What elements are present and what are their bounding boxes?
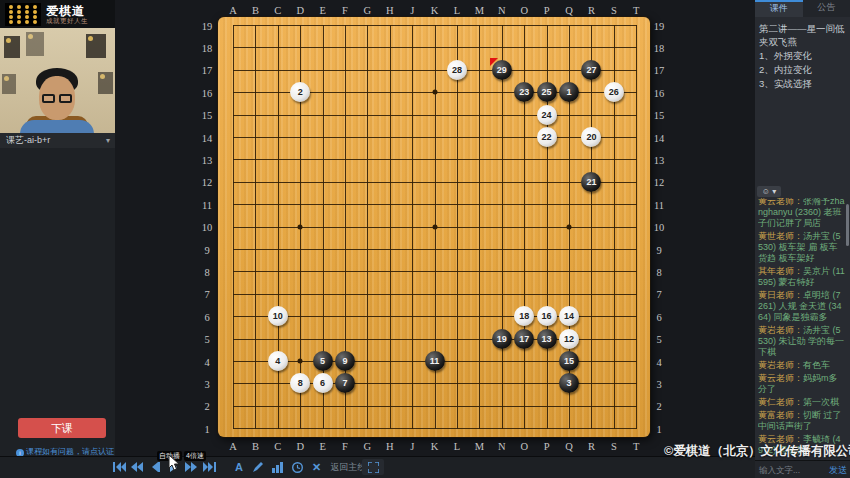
star-point: [567, 224, 572, 229]
stone-r14: 20: [581, 127, 601, 147]
send-button[interactable]: 发送: [829, 464, 847, 477]
row-label-right: 12: [654, 177, 665, 188]
col-label-bottom: F: [342, 441, 348, 452]
chat-message: 其年老师：吴京片 (11595) 蒙右特好: [758, 266, 845, 288]
row-label-right: 14: [654, 132, 665, 143]
stone-q4: 15: [559, 351, 579, 371]
emoji-picker-button[interactable]: ☺ ▾: [757, 186, 781, 197]
col-label-bottom: L: [454, 441, 460, 452]
clear-tool-button[interactable]: ✕: [312, 461, 321, 474]
row-label-right: 11: [654, 199, 664, 210]
teacher-video: [0, 28, 115, 133]
row-label-right: 15: [654, 110, 665, 121]
logo-bar: 爱棋道 成就更好人生: [0, 0, 115, 28]
stone-f3: 7: [335, 373, 355, 393]
col-label-top: G: [364, 4, 372, 15]
col-label-bottom: H: [386, 441, 394, 452]
chat-message: 黄日老师：卓明培 (7261) 人规 金天道 (3464) 同象是独霸多: [758, 290, 845, 323]
star-point: [432, 224, 437, 229]
last-move-button[interactable]: [202, 459, 216, 475]
row-label-left: 16: [202, 87, 213, 98]
row-label-left: 12: [202, 177, 213, 188]
col-label-top: A: [229, 4, 237, 15]
stone-d3: 8: [290, 373, 310, 393]
row-label-right: 6: [656, 311, 661, 322]
stone-r17: 27: [581, 60, 601, 80]
chat-message: 黄云老师：妈妈m多分了: [758, 373, 845, 395]
stone-o5: 17: [514, 329, 534, 349]
star-point: [432, 90, 437, 95]
row-label-left: 14: [202, 132, 213, 143]
col-label-top: D: [296, 4, 304, 15]
col-label-top: F: [342, 4, 348, 15]
chat-input[interactable]: 输入文字...: [759, 465, 800, 477]
tab-courseware[interactable]: 课件: [755, 0, 803, 17]
row-label-right: 3: [656, 378, 661, 389]
star-point: [298, 359, 303, 364]
row-label-right: 8: [656, 266, 661, 277]
row-label-left: 6: [204, 311, 209, 322]
letter-tool-button[interactable]: A: [235, 461, 243, 473]
col-label-bottom: O: [520, 441, 528, 452]
first-move-button[interactable]: [112, 459, 126, 475]
col-label-bottom: B: [252, 441, 259, 452]
nav-buttons: [112, 459, 216, 475]
outline-item: 3、实战选择: [759, 77, 847, 90]
stone-k4: 11: [425, 351, 445, 371]
stone-n5: 19: [492, 329, 512, 349]
row-label-right: 10: [654, 222, 665, 233]
chat-message: 黄世老师：汤井宝 (5530) 板车架 扁 板车货趋 板车架好: [758, 231, 845, 264]
brush-tool-button[interactable]: [252, 462, 263, 473]
outline-item: 1、外拐变化: [759, 49, 847, 62]
chat-messages: 黄岩老师：宋昀祺 (7761) 上课准 收到啦其户老师：杨一诺 (8548) 老…: [758, 198, 845, 456]
col-label-top: R: [588, 4, 595, 15]
stone-e3: 6: [313, 373, 333, 393]
col-label-top: S: [611, 4, 617, 15]
stone-p16: 25: [537, 82, 557, 102]
col-label-top: E: [319, 4, 325, 15]
prev-move-button[interactable]: [148, 459, 162, 475]
stone-q6: 14: [559, 306, 579, 326]
row-label-right: 5: [656, 334, 661, 345]
lesson-outline: 第二讲——星一间低夹双飞燕 1、外拐变化 2、内拉变化 3、实战选择: [759, 22, 847, 90]
col-label-top: P: [544, 4, 550, 15]
tooltip-speed: 4倍速: [184, 451, 206, 461]
row-label-left: 1: [204, 423, 209, 434]
stone-l17: 28: [447, 60, 467, 80]
col-label-bottom: C: [274, 441, 281, 452]
outline-item: 2、内拉变化: [759, 63, 847, 76]
left-panel: 爱棋道 成就更好人生 课艺-ai-b+r ▾ 下课 i课程如有问题，请点认证 第…: [0, 0, 115, 478]
go-board[interactable]: 1234567891011121314151617181920212223242…: [218, 17, 650, 437]
logo-dots-icon: [5, 3, 41, 26]
col-label-bottom: E: [319, 441, 325, 452]
row-label-left: 15: [202, 110, 213, 121]
row-label-right: 19: [654, 20, 665, 31]
chat-scrollbar[interactable]: [846, 204, 849, 246]
return-mainline-button[interactable]: 返回主线: [330, 461, 366, 474]
glasses-icon: [42, 94, 72, 104]
row-label-left: 3: [204, 378, 209, 389]
fast-back-button[interactable]: [130, 459, 144, 475]
stone-p6: 16: [537, 306, 557, 326]
row-label-left: 13: [202, 154, 213, 165]
chevron-down-icon: ▾: [106, 133, 110, 148]
row-label-left: 17: [202, 65, 213, 76]
stone-s16: 26: [604, 82, 624, 102]
col-label-top: T: [633, 4, 639, 15]
stone-p14: 22: [537, 127, 557, 147]
chat-input-bar: 输入文字... 发送: [755, 460, 850, 478]
row-label-left: 7: [204, 289, 209, 300]
last-move-marker-icon: [490, 58, 498, 66]
row-label-left: 19: [202, 20, 213, 31]
col-label-top: Q: [565, 4, 573, 15]
chart-tool-button[interactable]: [272, 462, 283, 473]
clock-tool-button[interactable]: [292, 462, 303, 473]
board-grid[interactable]: 1234567891011121314151617181920212223242…: [233, 25, 637, 429]
col-label-top: C: [274, 4, 281, 15]
stone-q16: 1: [559, 82, 579, 102]
app-root: 爱棋道 成就更好人生 课艺-ai-b+r ▾ 下课 i课程如有问题，请点认证 第…: [0, 0, 850, 478]
row-label-right: 4: [656, 356, 661, 367]
fast-forward-button[interactable]: [184, 459, 198, 475]
col-label-bottom: R: [588, 441, 595, 452]
chat-message: 黄富老师：切断 过了中间话声街了: [758, 410, 845, 432]
col-label-bottom: M: [475, 441, 484, 452]
col-label-top: J: [410, 4, 414, 15]
col-label-bottom: G: [364, 441, 372, 452]
stone-p5: 13: [537, 329, 557, 349]
stone-o6: 18: [514, 306, 534, 326]
row-label-left: 18: [202, 42, 213, 53]
bottom-toolbar: A ✕ 返回主线: [0, 456, 755, 478]
stone-p15: 24: [537, 105, 557, 125]
row-label-right: 1: [656, 423, 661, 434]
col-label-bottom: S: [611, 441, 617, 452]
row-label-left: 8: [204, 266, 209, 277]
col-label-bottom: T: [633, 441, 639, 452]
copyright-watermark: ©爱棋道（北京）文化传播有限公司: [664, 443, 850, 460]
col-label-top: K: [431, 4, 439, 15]
col-label-bottom: K: [431, 441, 439, 452]
chat-message: 黄仁老师：第一次棋: [758, 397, 845, 408]
lesson-title: 第二讲——星一间低夹双飞燕: [759, 22, 847, 48]
col-label-top: N: [498, 4, 506, 15]
stone-d16: 2: [290, 82, 310, 102]
right-panel-tabs: 课件 公告: [755, 0, 850, 17]
row-label-right: 2: [656, 401, 661, 412]
logo-subtitle: 成就更好人生: [46, 17, 88, 26]
row-label-right: 17: [654, 65, 665, 76]
row-label-left: 11: [202, 199, 212, 210]
help-link-label: 课程如有问题，请点认证: [26, 447, 114, 456]
row-label-right: 7: [656, 289, 661, 300]
stream-selector[interactable]: 课艺-ai-b+r ▾: [0, 133, 115, 148]
row-label-right: 16: [654, 87, 665, 98]
row-label-left: 4: [204, 356, 209, 367]
col-label-bottom: A: [229, 441, 237, 452]
stone-c4: 4: [268, 351, 288, 371]
row-label-right: 9: [656, 244, 661, 255]
col-label-bottom: D: [296, 441, 304, 452]
annotation-tools: A ✕ 返回主线: [235, 459, 366, 475]
row-label-left: 2: [204, 401, 209, 412]
chat-message: 黄岩老师：汤井宝 (5530) 朱让劭 学的每一下棋: [758, 325, 845, 358]
person-body: [20, 120, 94, 133]
stone-q5: 12: [559, 329, 579, 349]
stone-r12: 21: [581, 172, 601, 192]
col-label-top: H: [386, 4, 394, 15]
col-label-top: B: [252, 4, 259, 15]
row-label-left: 9: [204, 244, 209, 255]
end-class-button[interactable]: 下课: [18, 418, 106, 438]
col-label-top: L: [454, 4, 460, 15]
tab-notice[interactable]: 公告: [803, 0, 850, 17]
chat-message: 黄云老师：张瀚予zhanghanyu (2360) 老班子们记胖了局店: [758, 198, 845, 229]
col-label-bottom: N: [498, 441, 506, 452]
col-label-top: M: [475, 4, 484, 15]
row-label-left: 5: [204, 334, 209, 345]
col-label-top: O: [520, 4, 528, 15]
col-label-bottom: J: [410, 441, 414, 452]
col-label-bottom: Q: [565, 441, 573, 452]
stream-label: 课艺-ai-b+r: [6, 135, 50, 145]
row-label-right: 18: [654, 42, 665, 53]
stone-n17: 29: [492, 60, 512, 80]
stone-c6: 10: [268, 306, 288, 326]
stone-f4: 9: [335, 351, 355, 371]
chat-message: 黄岩老师：有色车: [758, 360, 845, 371]
row-label-right: 13: [654, 154, 665, 165]
col-label-bottom: P: [544, 441, 550, 452]
stone-q3: 3: [559, 373, 579, 393]
row-label-left: 10: [202, 222, 213, 233]
mouse-cursor: [168, 455, 181, 475]
stone-o16: 23: [514, 82, 534, 102]
fullscreen-button[interactable]: [362, 459, 384, 475]
stone-e4: 5: [313, 351, 333, 371]
right-panel: 课件 公告 第二讲——星一间低夹双飞燕 1、外拐变化 2、内拉变化 3、实战选择…: [755, 0, 850, 478]
star-point: [298, 224, 303, 229]
